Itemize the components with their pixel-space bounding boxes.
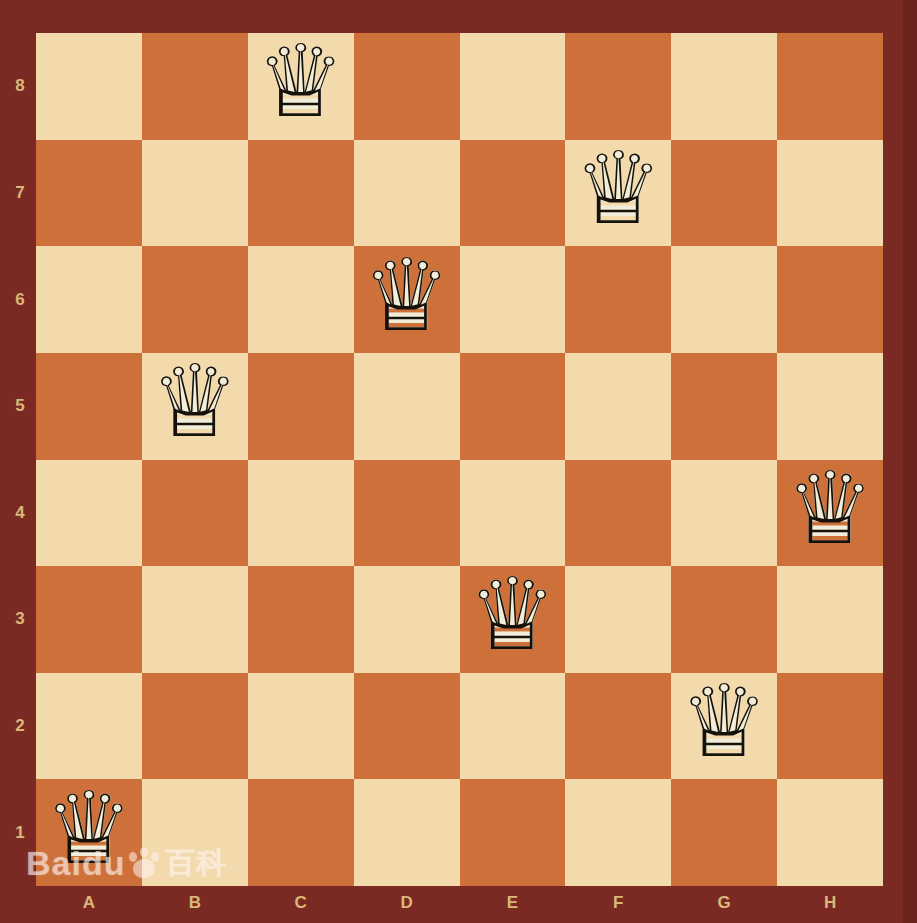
square-e8[interactable] [460,33,566,140]
square-g6[interactable] [671,246,777,353]
square-b8[interactable] [142,33,248,140]
chess-board: ♛♕♛♕♛♕♛♕♛♕♛♕♛♕♛♕ [36,33,883,886]
white-queen-outline-glyph: ♕ [362,246,452,346]
square-b6[interactable] [142,246,248,353]
square-b4[interactable] [142,460,248,567]
square-c2[interactable] [248,673,354,780]
rank-label-2: 2 [8,716,32,736]
square-b5[interactable]: ♛♕ [142,353,248,460]
square-f7[interactable]: ♛♕ [565,140,671,247]
square-a2[interactable] [36,673,142,780]
square-d6[interactable]: ♛♕ [354,246,460,353]
rank-label-5: 5 [8,396,32,416]
rank-label-1: 1 [8,823,32,843]
chessboard-frame: ♛♕♛♕♛♕♛♕♛♕♛♕♛♕♛♕ 87654321 ABCDEFGH Baidu… [0,0,917,923]
square-f2[interactable] [565,673,671,780]
square-e2[interactable] [460,673,566,780]
square-c6[interactable] [248,246,354,353]
square-h3[interactable] [777,566,883,673]
square-e6[interactable] [460,246,566,353]
square-d1[interactable] [354,779,460,886]
white-queen-h4[interactable]: ♛♕ [777,460,883,567]
square-g4[interactable] [671,460,777,567]
square-d3[interactable] [354,566,460,673]
file-label-b: B [175,893,215,913]
white-queen-f7[interactable]: ♛♕ [565,140,671,247]
square-d2[interactable] [354,673,460,780]
square-g8[interactable] [671,33,777,140]
square-h8[interactable] [777,33,883,140]
square-f4[interactable] [565,460,671,567]
file-label-d: D [387,893,427,913]
white-queen-outline-glyph: ♕ [573,139,663,239]
square-d7[interactable] [354,140,460,247]
square-e4[interactable] [460,460,566,567]
square-e5[interactable] [460,353,566,460]
square-e7[interactable] [460,140,566,247]
square-f3[interactable] [565,566,671,673]
rank-label-4: 4 [8,503,32,523]
file-label-h: H [810,893,850,913]
square-b3[interactable] [142,566,248,673]
square-a4[interactable] [36,460,142,567]
square-d5[interactable] [354,353,460,460]
square-g3[interactable] [671,566,777,673]
file-label-e: E [492,893,532,913]
square-e3[interactable]: ♛♕ [460,566,566,673]
white-queen-outline-glyph: ♕ [44,779,134,879]
square-h7[interactable] [777,140,883,247]
white-queen-outline-glyph: ♕ [256,32,346,132]
rank-label-7: 7 [8,183,32,203]
square-g1[interactable] [671,779,777,886]
square-d4[interactable] [354,460,460,567]
white-queen-b5[interactable]: ♛♕ [142,353,248,460]
square-a8[interactable] [36,33,142,140]
white-queen-outline-glyph: ♕ [679,672,769,772]
square-c5[interactable] [248,353,354,460]
square-b1[interactable] [142,779,248,886]
square-d8[interactable] [354,33,460,140]
square-f8[interactable] [565,33,671,140]
square-e1[interactable] [460,779,566,886]
white-queen-c8[interactable]: ♛♕ [248,33,354,140]
square-c8[interactable]: ♛♕ [248,33,354,140]
white-queen-outline-glyph: ♕ [468,565,558,665]
white-queen-outline-glyph: ♕ [785,459,875,559]
square-g2[interactable]: ♛♕ [671,673,777,780]
file-label-g: G [704,893,744,913]
square-g7[interactable] [671,140,777,247]
square-c4[interactable] [248,460,354,567]
file-label-f: F [598,893,638,913]
square-h4[interactable]: ♛♕ [777,460,883,567]
square-a7[interactable] [36,140,142,247]
square-b2[interactable] [142,673,248,780]
square-h5[interactable] [777,353,883,460]
square-a3[interactable] [36,566,142,673]
square-a6[interactable] [36,246,142,353]
rank-label-8: 8 [8,76,32,96]
rank-label-6: 6 [8,290,32,310]
white-queen-outline-glyph: ♕ [150,352,240,452]
white-queen-e3[interactable]: ♛♕ [460,566,566,673]
square-f5[interactable] [565,353,671,460]
white-queen-a1[interactable]: ♛♕ [36,779,142,886]
file-label-c: C [281,893,321,913]
file-label-a: A [69,893,109,913]
square-h2[interactable] [777,673,883,780]
square-c1[interactable] [248,779,354,886]
square-a1[interactable]: ♛♕ [36,779,142,886]
white-queen-d6[interactable]: ♛♕ [354,246,460,353]
square-h1[interactable] [777,779,883,886]
square-b7[interactable] [142,140,248,247]
square-c7[interactable] [248,140,354,247]
square-f1[interactable] [565,779,671,886]
square-g5[interactable] [671,353,777,460]
white-queen-g2[interactable]: ♛♕ [671,673,777,780]
square-c3[interactable] [248,566,354,673]
square-a5[interactable] [36,353,142,460]
square-f6[interactable] [565,246,671,353]
rank-label-3: 3 [8,609,32,629]
square-h6[interactable] [777,246,883,353]
